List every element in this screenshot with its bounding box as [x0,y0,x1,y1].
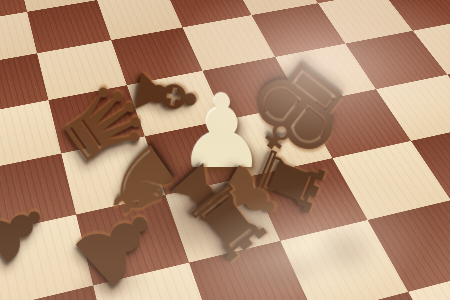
pieces-layer: ♝♛♚♜♞♟♝♟♜♟♟ [0,0,450,300]
chess-photo-scene: ♝♛♚♜♞♟♝♟♜♟♟ [0,0,450,300]
fallen-black-pawn-left-edge: ♟ [0,182,65,279]
